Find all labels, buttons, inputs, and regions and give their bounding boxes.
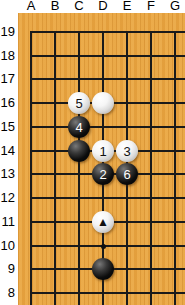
stone-d14: 1	[92, 140, 114, 162]
row-label-9: 9	[0, 262, 15, 276]
stone-move-number: 5	[75, 93, 82, 114]
grid-line-vertical-f	[150, 31, 152, 305]
stone-c15: 4	[68, 116, 90, 138]
grid-line-horizontal-18	[30, 55, 185, 57]
row-label-18: 18	[0, 49, 15, 63]
stone-move-number: 1	[99, 141, 106, 162]
row-label-16: 16	[0, 96, 15, 110]
grid-line-horizontal-12	[30, 197, 185, 199]
row-label-15: 15	[0, 120, 15, 134]
grid-line-horizontal-17	[30, 78, 185, 80]
row-label-13: 13	[0, 167, 15, 181]
column-label-e: E	[123, 0, 132, 13]
column-label-f: F	[147, 0, 155, 13]
grid-line-vertical-g	[174, 31, 176, 305]
row-label-17: 17	[0, 72, 15, 86]
column-label-c: C	[74, 0, 83, 13]
row-label-12: 12	[0, 191, 15, 205]
column-label-b: B	[51, 0, 60, 13]
stone-c14	[68, 140, 90, 162]
grid-line-horizontal-10	[30, 245, 185, 247]
stone-move-number: 4	[75, 117, 82, 138]
grid-line-vertical-a	[30, 31, 32, 305]
stone-move-number: 3	[123, 141, 130, 162]
stone-d9	[92, 258, 114, 280]
grid-line-vertical-b	[54, 31, 56, 305]
stone-c16: 5	[68, 92, 90, 114]
column-label-a: A	[27, 0, 36, 13]
row-label-8: 8	[0, 286, 15, 300]
column-label-d: D	[98, 0, 107, 13]
column-label-g: G	[170, 0, 180, 13]
grid-line-horizontal-8	[30, 292, 185, 294]
grid-line-horizontal-15	[30, 126, 185, 128]
row-label-10: 10	[0, 239, 15, 253]
triangle-mark-icon: ▲	[97, 212, 109, 232]
row-label-19: 19	[0, 25, 15, 39]
stone-e13: 6	[116, 163, 138, 185]
row-label-14: 14	[0, 144, 15, 158]
grid-line-horizontal-19	[30, 31, 185, 33]
stone-e14: 3	[116, 140, 138, 162]
star-point-d10	[101, 244, 106, 249]
stone-d16	[92, 92, 114, 114]
stone-move-number: 2	[99, 164, 106, 185]
row-label-11: 11	[0, 215, 15, 229]
stone-d11: ▲	[92, 211, 114, 233]
stone-d13: 2	[92, 163, 114, 185]
grid-line-vertical-c	[78, 31, 80, 305]
stone-move-number: 6	[123, 164, 130, 185]
go-board-diagram: ABCDEFG1918171615141312111098541326▲	[0, 0, 185, 305]
